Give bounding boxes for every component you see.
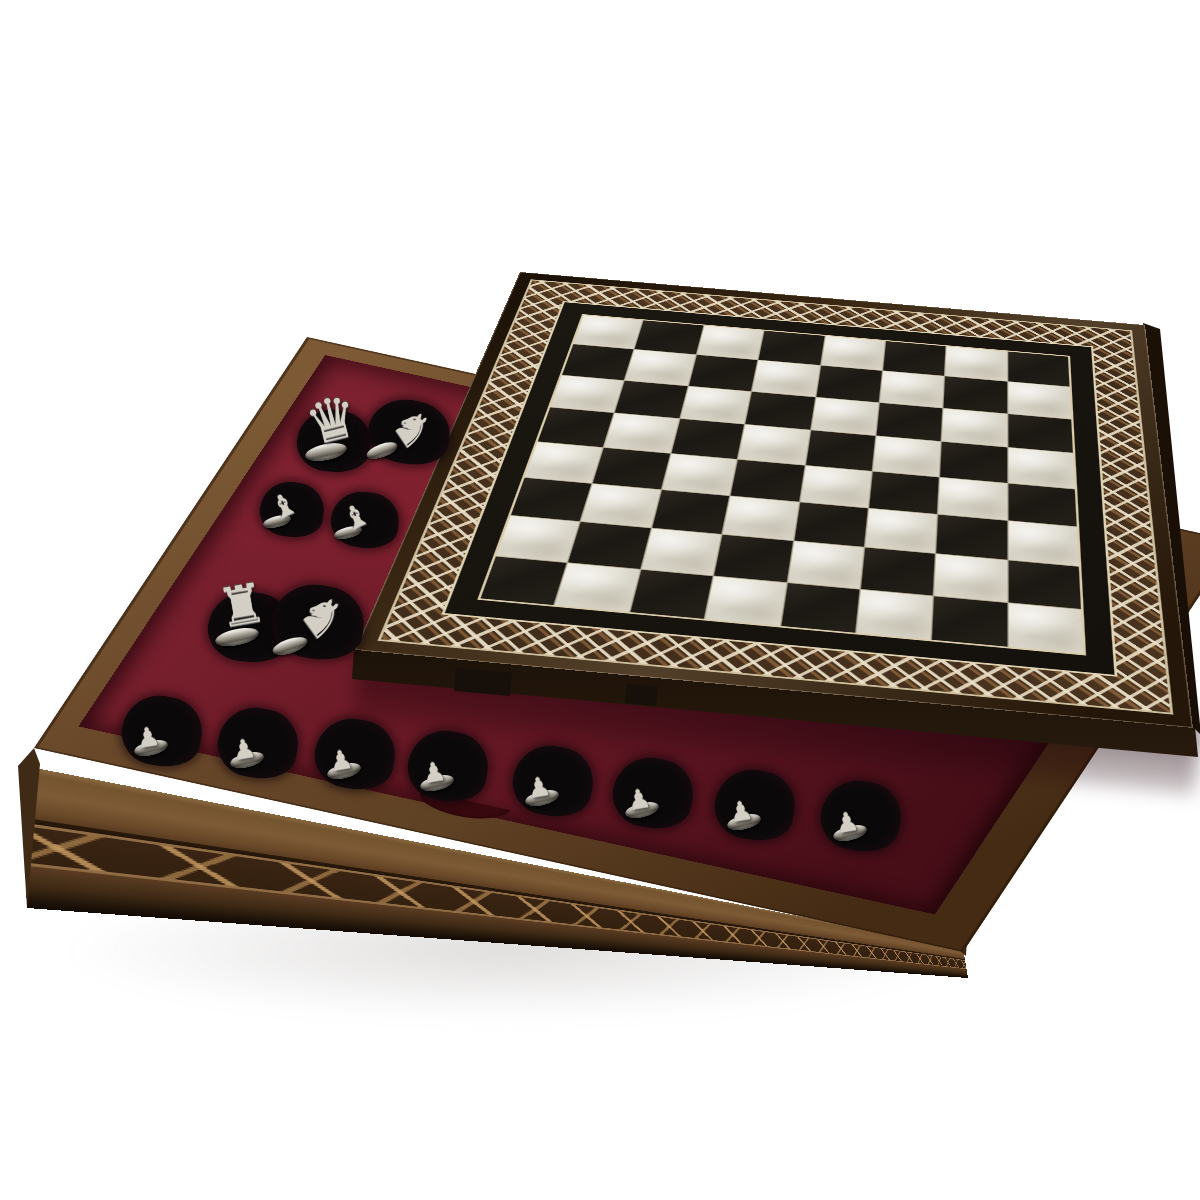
tray-slot (213, 702, 304, 785)
tray-piece-pawn[interactable]: ♟ (230, 734, 257, 764)
tray-piece-pawn[interactable]: ♟ (625, 784, 652, 814)
tray-slot (310, 713, 401, 796)
tray-piece-pawn[interactable]: ♟ (833, 807, 860, 837)
tray-piece-pawn[interactable]: ♟ (727, 796, 754, 826)
tray-slot (710, 764, 801, 847)
tray-slot (403, 725, 494, 808)
tray-piece-pawn[interactable]: ♟ (420, 757, 447, 787)
tray-piece-pawn[interactable]: ♟ (134, 722, 161, 752)
pieces-layer: ♛♞♝♝♜♞♟♟♟♟♟♟♟♟ (0, 0, 1200, 1200)
tray-piece-pawn[interactable]: ♟ (525, 772, 552, 802)
tray-slot (117, 690, 208, 773)
tray-piece-pawn[interactable]: ♟ (327, 745, 354, 775)
chess-set-photo: Overhead product photo of a handcrafted … (0, 0, 1200, 1200)
tray-slot (608, 752, 699, 835)
tray-slot (816, 775, 907, 858)
tray-slot (508, 740, 599, 823)
tray-piece-rook[interactable]: ♜ (213, 575, 270, 637)
